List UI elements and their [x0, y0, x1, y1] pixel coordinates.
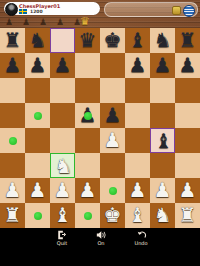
square-e2[interactable] [100, 178, 125, 203]
black-pawn-a7[interactable]: ♟ [0, 53, 25, 78]
square-a2[interactable]: ♟ [0, 178, 25, 203]
undo-label: Undo [128, 240, 154, 246]
quit-button[interactable]: Quit [49, 230, 75, 246]
chess-board: ♜♞♛♚♝♞♜♟♟♟♟♟♟♟♟♟♝♞♟♟♟♟♟♟♟♜♝♚♝♞♜ [0, 28, 200, 228]
square-g4[interactable]: ♝ [150, 128, 175, 153]
legal-move-dot-d1[interactable] [84, 212, 92, 220]
square-c3[interactable]: ♞ [50, 153, 75, 178]
speaker-icon [96, 230, 106, 240]
square-a5[interactable] [0, 103, 25, 128]
square-b2[interactable]: ♟ [25, 178, 50, 203]
square-b7[interactable]: ♟ [25, 53, 50, 78]
legal-move-dot-b5[interactable] [34, 112, 42, 120]
square-g2[interactable]: ♟ [150, 178, 175, 203]
black-knight-b8[interactable]: ♞ [25, 28, 50, 53]
square-d6[interactable] [75, 78, 100, 103]
square-e7[interactable] [100, 53, 125, 78]
square-a6[interactable] [0, 78, 25, 103]
black-queen-d8[interactable]: ♛ [75, 28, 100, 53]
undo-icon [136, 230, 147, 240]
square-b4[interactable] [25, 128, 50, 153]
square-a7[interactable]: ♟ [0, 53, 25, 78]
square-a8[interactable]: ♜ [0, 28, 25, 53]
square-h4[interactable] [175, 128, 200, 153]
square-f3[interactable] [125, 153, 150, 178]
square-c6[interactable] [50, 78, 75, 103]
white-pawn-f2[interactable]: ♟ [125, 178, 150, 203]
square-e5[interactable]: ♟ [100, 103, 125, 128]
square-d4[interactable] [75, 128, 100, 153]
black-pawn-f7[interactable]: ♟ [125, 53, 150, 78]
quit-label: Quit [49, 240, 75, 246]
black-bishop-f8[interactable]: ♝ [125, 28, 150, 53]
legal-move-dot-a4[interactable] [9, 137, 17, 145]
square-d3[interactable] [75, 153, 100, 178]
square-b8[interactable]: ♞ [25, 28, 50, 53]
square-g5[interactable] [150, 103, 175, 128]
square-g1[interactable]: ♞ [150, 203, 175, 228]
square-f7[interactable]: ♟ [125, 53, 150, 78]
square-f4[interactable] [125, 128, 150, 153]
square-g3[interactable] [150, 153, 175, 178]
black-rook-h8[interactable]: ♜ [175, 28, 200, 53]
tray-ghost-pawn-icon: ♟ [22, 16, 30, 28]
white-pawn-c2[interactable]: ♟ [50, 178, 75, 203]
undo-button[interactable]: Undo [128, 230, 154, 246]
square-b5[interactable] [25, 103, 50, 128]
square-g8[interactable]: ♞ [150, 28, 175, 53]
black-rook-a8[interactable]: ♜ [0, 28, 25, 53]
tray-ghost-pawn-icon: ♟ [5, 16, 13, 28]
square-c7[interactable]: ♟ [50, 53, 75, 78]
black-bishop-g4[interactable]: ♝ [151, 129, 176, 154]
black-pawn-e5[interactable]: ♟ [100, 103, 125, 128]
black-pawn-h7[interactable]: ♟ [175, 53, 200, 78]
square-e8[interactable]: ♚ [100, 28, 125, 53]
square-f8[interactable]: ♝ [125, 28, 150, 53]
square-b1[interactable] [25, 203, 50, 228]
square-d1[interactable] [75, 203, 100, 228]
white-pawn-d2[interactable]: ♟ [75, 178, 100, 203]
square-e1[interactable]: ♚ [100, 203, 125, 228]
square-c2[interactable]: ♟ [50, 178, 75, 203]
square-d2[interactable]: ♟ [75, 178, 100, 203]
tray-ghost-pawn-icon: ♟ [39, 16, 47, 28]
square-e6[interactable] [100, 78, 125, 103]
square-g6[interactable] [150, 78, 175, 103]
square-h3[interactable] [175, 153, 200, 178]
white-pawn-g2[interactable]: ♟ [150, 178, 175, 203]
white-pawn-e4[interactable]: ♟ [100, 128, 125, 153]
white-pawn-a2[interactable]: ♟ [0, 178, 25, 203]
square-h6[interactable] [175, 78, 200, 103]
square-h1[interactable]: ♜ [175, 203, 200, 228]
square-h2[interactable]: ♟ [175, 178, 200, 203]
tray-ghost-pawn-icon: ♟ [56, 16, 64, 28]
square-h7[interactable]: ♟ [175, 53, 200, 78]
square-c1[interactable]: ♝ [50, 203, 75, 228]
sound-button[interactable]: On [88, 230, 114, 246]
white-rook-a1[interactable]: ♜ [0, 203, 25, 228]
chess-app: ChessPlayer01 1200 ♟♟♟♟♟♛ ♜♞♛♚♝♞♜♟♟♟♟♟♟♟… [0, 0, 200, 266]
white-rook-h1[interactable]: ♜ [175, 203, 200, 228]
square-e4[interactable]: ♟ [100, 128, 125, 153]
exit-icon [57, 230, 67, 240]
black-pawn-b7[interactable]: ♟ [25, 53, 50, 78]
white-bishop-f1[interactable]: ♝ [125, 203, 150, 228]
white-pawn-b2[interactable]: ♟ [25, 178, 50, 203]
square-c4[interactable] [50, 128, 75, 153]
legal-move-dot-b1[interactable] [34, 212, 42, 220]
player-info[interactable]: ChessPlayer01 1200 [4, 2, 100, 15]
square-f1[interactable]: ♝ [125, 203, 150, 228]
white-knight-c3[interactable]: ♞ [51, 154, 76, 179]
legal-move-dot-e2[interactable] [109, 187, 117, 195]
white-pawn-h2[interactable]: ♟ [175, 178, 200, 203]
player-rating: 1200 [30, 9, 43, 14]
square-d7[interactable] [75, 53, 100, 78]
square-e3[interactable] [100, 153, 125, 178]
square-c5[interactable] [50, 103, 75, 128]
square-a1[interactable]: ♜ [0, 203, 25, 228]
black-pawn-g7[interactable]: ♟ [150, 53, 175, 78]
black-king-e8[interactable]: ♚ [100, 28, 125, 53]
square-h8[interactable]: ♜ [175, 28, 200, 53]
legal-move-dot-d5[interactable] [84, 112, 92, 120]
square-h5[interactable] [175, 103, 200, 128]
square-f6[interactable] [125, 78, 150, 103]
square-f2[interactable]: ♟ [125, 178, 150, 203]
square-b6[interactable] [25, 78, 50, 103]
sweden-flag-icon [19, 9, 27, 14]
white-knight-g1[interactable]: ♞ [150, 203, 175, 228]
square-a3[interactable] [0, 153, 25, 178]
square-c8[interactable] [50, 28, 75, 53]
square-d5[interactable]: ♟ [75, 103, 100, 128]
captured-white-queen-icon: ♛ [80, 15, 90, 28]
square-d8[interactable]: ♛ [75, 28, 100, 53]
white-bishop-c1[interactable]: ♝ [50, 203, 75, 228]
black-pawn-c7[interactable]: ♟ [50, 53, 75, 78]
black-knight-g8[interactable]: ♞ [150, 28, 175, 53]
square-b3[interactable] [25, 153, 50, 178]
shield-icon[interactable] [172, 6, 181, 15]
square-a4[interactable] [0, 128, 25, 153]
captured-pieces-tray: ♟♟♟♟♟♛ [0, 15, 200, 28]
white-king-e1[interactable]: ♚ [100, 203, 125, 228]
square-f5[interactable] [125, 103, 150, 128]
sound-label: On [88, 240, 114, 246]
square-g7[interactable]: ♟ [150, 53, 175, 78]
